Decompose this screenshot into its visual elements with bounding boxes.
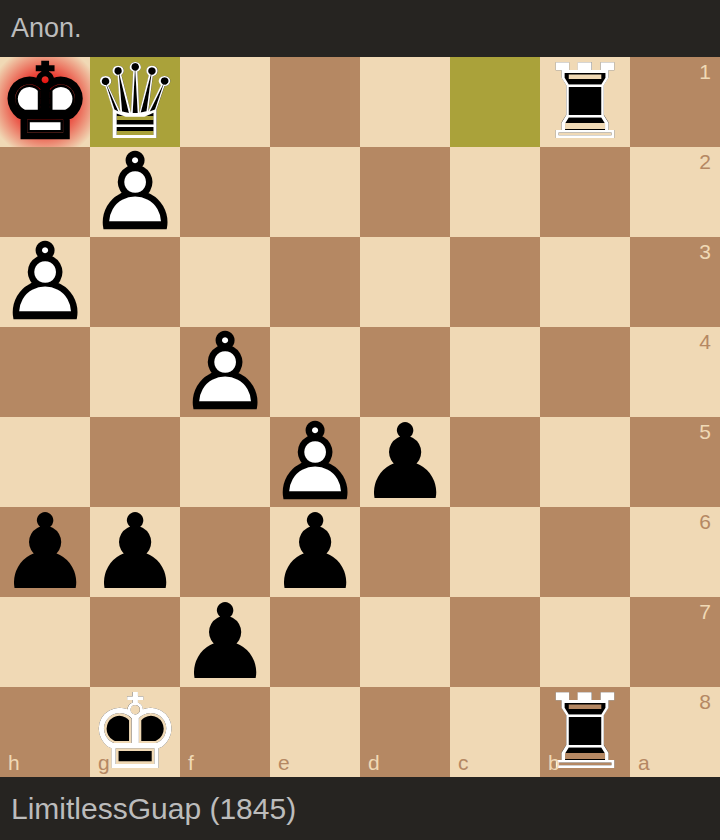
black-rook[interactable]: ♜♖ — [540, 687, 630, 777]
piece-fill-glyph: ♛ — [90, 57, 180, 147]
piece-fill-glyph: ♟ — [90, 507, 180, 597]
chess-app-window: Anon. ♚♔♛♕♜♖1♟♙2♟♙3♟♙4♟♙♟5♟♟♟6♟7h♚♔gfedc… — [0, 0, 720, 840]
square-f8[interactable]: f — [180, 687, 270, 777]
piece-outline-glyph: ♔ — [90, 687, 180, 777]
square-d6[interactable] — [360, 507, 450, 597]
square-g5[interactable] — [90, 417, 180, 507]
piece-fill-glyph: ♟ — [180, 597, 270, 687]
square-h3[interactable]: ♟♙ — [0, 237, 90, 327]
square-f2[interactable] — [180, 147, 270, 237]
white-pawn[interactable]: ♟♙ — [0, 237, 90, 327]
rank-label-7: 7 — [699, 601, 711, 622]
square-f4[interactable]: ♟♙ — [180, 327, 270, 417]
square-d7[interactable] — [360, 597, 450, 687]
square-h4[interactable] — [0, 327, 90, 417]
square-b8[interactable]: ♜♖b — [540, 687, 630, 777]
piece-fill-glyph: ♟ — [90, 147, 180, 237]
square-f1[interactable] — [180, 57, 270, 147]
square-c3[interactable] — [450, 237, 540, 327]
rank-label-4: 4 — [699, 331, 711, 352]
rank-label-1: 1 — [699, 61, 711, 82]
piece-fill-glyph: ♜ — [540, 687, 630, 777]
piece-fill-glyph: ♟ — [360, 417, 450, 507]
file-label-a: a — [638, 752, 650, 773]
square-a3[interactable]: 3 — [630, 237, 720, 327]
square-d4[interactable] — [360, 327, 450, 417]
square-c8[interactable]: c — [450, 687, 540, 777]
square-e8[interactable]: e — [270, 687, 360, 777]
black-rook[interactable]: ♜♖ — [540, 57, 630, 147]
rank-label-2: 2 — [699, 151, 711, 172]
square-f3[interactable] — [180, 237, 270, 327]
square-e3[interactable] — [270, 237, 360, 327]
piece-fill-glyph: ♚ — [90, 687, 180, 777]
square-c4[interactable] — [450, 327, 540, 417]
file-label-e: e — [278, 752, 290, 773]
square-g4[interactable] — [90, 327, 180, 417]
piece-outline-glyph: ♙ — [270, 417, 360, 507]
player-name-and-rating: LimitlessGuap (1845) — [11, 792, 296, 826]
square-a6[interactable]: 6 — [630, 507, 720, 597]
piece-fill-glyph: ♟ — [180, 327, 270, 417]
square-f7[interactable]: ♟ — [180, 597, 270, 687]
square-a2[interactable]: 2 — [630, 147, 720, 237]
square-h2[interactable] — [0, 147, 90, 237]
piece-outline-glyph: ♖ — [540, 57, 630, 147]
square-h5[interactable] — [0, 417, 90, 507]
chess-board: ♚♔♛♕♜♖1♟♙2♟♙3♟♙4♟♙♟5♟♟♟6♟7h♚♔gfedc♜♖b8a — [0, 57, 720, 777]
white-pawn[interactable]: ♟♙ — [180, 327, 270, 417]
square-e5[interactable]: ♟♙ — [270, 417, 360, 507]
square-d3[interactable] — [360, 237, 450, 327]
piece-fill-glyph: ♜ — [540, 57, 630, 147]
square-h6[interactable]: ♟ — [0, 507, 90, 597]
black-pawn[interactable]: ♟ — [90, 507, 180, 597]
rank-label-6: 6 — [699, 511, 711, 532]
square-g3[interactable] — [90, 237, 180, 327]
square-h1[interactable]: ♚♔ — [0, 57, 90, 147]
piece-fill-glyph: ♟ — [0, 507, 90, 597]
white-pawn[interactable]: ♟♙ — [90, 147, 180, 237]
piece-outline-glyph: ♔ — [0, 57, 90, 147]
piece-fill-glyph: ♟ — [0, 237, 90, 327]
square-d1[interactable] — [360, 57, 450, 147]
square-f5[interactable] — [180, 417, 270, 507]
rank-label-5: 5 — [699, 421, 711, 442]
square-c5[interactable] — [450, 417, 540, 507]
piece-outline-glyph: ♖ — [540, 687, 630, 777]
black-pawn[interactable]: ♟ — [180, 597, 270, 687]
square-e6[interactable]: ♟ — [270, 507, 360, 597]
file-label-f: f — [188, 752, 194, 773]
square-g1[interactable]: ♛♕ — [90, 57, 180, 147]
square-d2[interactable] — [360, 147, 450, 237]
opponent-name: Anon. — [11, 13, 82, 44]
square-b4[interactable] — [540, 327, 630, 417]
square-e2[interactable] — [270, 147, 360, 237]
player-bar: LimitlessGuap (1845) — [0, 777, 720, 840]
square-c7[interactable] — [450, 597, 540, 687]
square-b6[interactable] — [540, 507, 630, 597]
black-queen[interactable]: ♛♕ — [90, 57, 180, 147]
square-a7[interactable]: 7 — [630, 597, 720, 687]
square-b7[interactable] — [540, 597, 630, 687]
square-b2[interactable] — [540, 147, 630, 237]
square-c1[interactable] — [450, 57, 540, 147]
piece-outline-glyph: ♕ — [90, 57, 180, 147]
piece-fill-glyph: ♚ — [0, 57, 90, 147]
file-label-c: c — [458, 752, 469, 773]
piece-outline-glyph: ♙ — [0, 237, 90, 327]
square-c2[interactable] — [450, 147, 540, 237]
square-g7[interactable] — [90, 597, 180, 687]
file-label-d: d — [368, 752, 380, 773]
square-a1[interactable]: 1 — [630, 57, 720, 147]
square-b1[interactable]: ♜♖ — [540, 57, 630, 147]
white-king[interactable]: ♚♔ — [0, 57, 90, 147]
square-b5[interactable] — [540, 417, 630, 507]
square-h8[interactable]: h — [0, 687, 90, 777]
square-a8[interactable]: 8a — [630, 687, 720, 777]
rank-label-3: 3 — [699, 241, 711, 262]
black-king[interactable]: ♚♔ — [90, 687, 180, 777]
black-pawn[interactable]: ♟ — [270, 507, 360, 597]
square-d5[interactable]: ♟ — [360, 417, 450, 507]
piece-fill-glyph: ♟ — [270, 417, 360, 507]
square-d8[interactable]: d — [360, 687, 450, 777]
square-a4[interactable]: 4 — [630, 327, 720, 417]
square-g8[interactable]: ♚♔g — [90, 687, 180, 777]
piece-outline-glyph: ♙ — [90, 147, 180, 237]
square-g2[interactable]: ♟♙ — [90, 147, 180, 237]
square-g6[interactable]: ♟ — [90, 507, 180, 597]
black-pawn[interactable]: ♟ — [360, 417, 450, 507]
rank-label-8: 8 — [699, 691, 711, 712]
file-label-h: h — [8, 752, 20, 773]
square-e7[interactable] — [270, 597, 360, 687]
square-b3[interactable] — [540, 237, 630, 327]
square-f6[interactable] — [180, 507, 270, 597]
opponent-bar: Anon. — [0, 0, 720, 57]
piece-fill-glyph: ♟ — [270, 507, 360, 597]
square-c6[interactable] — [450, 507, 540, 597]
square-h7[interactable] — [0, 597, 90, 687]
square-e4[interactable] — [270, 327, 360, 417]
piece-outline-glyph: ♙ — [180, 327, 270, 417]
square-e1[interactable] — [270, 57, 360, 147]
white-pawn[interactable]: ♟♙ — [270, 417, 360, 507]
black-pawn[interactable]: ♟ — [0, 507, 90, 597]
square-a5[interactable]: 5 — [630, 417, 720, 507]
